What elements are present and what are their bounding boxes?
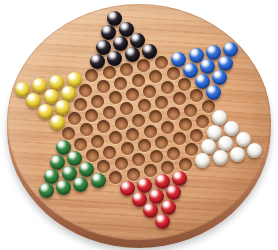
marble-black[interactable] [90, 54, 105, 69]
marble-white[interactable] [230, 147, 245, 162]
board-hole[interactable] [91, 95, 104, 108]
board-hole[interactable] [144, 125, 157, 138]
board-hole[interactable] [167, 147, 180, 160]
marble-blue[interactable] [218, 56, 233, 71]
marble-yellow[interactable] [50, 115, 65, 130]
board-hole[interactable] [132, 114, 145, 127]
marble-red[interactable] [149, 189, 164, 204]
board-hole[interactable] [202, 100, 215, 113]
marble-red[interactable] [161, 200, 176, 215]
board-hole[interactable] [109, 171, 122, 184]
board-hole[interactable] [138, 99, 151, 112]
board-hole[interactable] [179, 158, 192, 171]
marble-red[interactable] [155, 214, 170, 229]
board-hole[interactable] [86, 149, 99, 162]
marble-red[interactable] [137, 178, 152, 193]
board-hole[interactable] [127, 168, 140, 181]
marble-green[interactable] [56, 180, 71, 195]
marble-white[interactable] [213, 150, 228, 165]
board-hole[interactable] [150, 150, 163, 163]
board-hole[interactable] [167, 67, 180, 80]
marble-white[interactable] [218, 136, 233, 151]
board-hole[interactable] [109, 131, 122, 144]
board-hole[interactable] [155, 96, 168, 109]
board-hole[interactable] [190, 129, 203, 142]
marble-blue[interactable] [183, 63, 198, 78]
marble-yellow[interactable] [38, 104, 53, 119]
marble-green[interactable] [50, 155, 65, 170]
board-hole[interactable] [173, 132, 186, 145]
board-hole[interactable] [74, 138, 87, 151]
board-hole[interactable] [120, 63, 133, 76]
marble-green[interactable] [39, 183, 54, 198]
chinese-checkers-photo [0, 0, 278, 250]
board-hole[interactable] [74, 98, 87, 111]
board-hole[interactable] [103, 106, 116, 119]
board-hole[interactable] [196, 115, 209, 128]
board-hole[interactable] [115, 117, 128, 130]
board-hole[interactable] [179, 118, 192, 131]
marble-red[interactable] [120, 181, 135, 196]
board-hole[interactable] [121, 142, 134, 155]
marble-green[interactable] [91, 173, 106, 188]
marble-yellow[interactable] [67, 72, 82, 87]
board-hole[interactable] [155, 136, 168, 149]
board-hole[interactable] [91, 135, 104, 148]
board-hole[interactable] [115, 157, 128, 170]
board-hole[interactable] [103, 66, 116, 79]
board-hole[interactable] [103, 146, 116, 159]
board-hole[interactable] [138, 139, 151, 152]
board-hole[interactable] [167, 107, 180, 120]
marble-green[interactable] [73, 177, 88, 192]
board-hole[interactable] [184, 104, 197, 117]
board-hole[interactable] [155, 56, 168, 69]
board-hole[interactable] [173, 92, 186, 105]
board-hole[interactable] [190, 89, 203, 102]
marble-red[interactable] [172, 171, 187, 186]
board-hole[interactable] [132, 74, 145, 87]
board-hole[interactable] [185, 143, 198, 156]
marble-white[interactable] [201, 139, 216, 154]
